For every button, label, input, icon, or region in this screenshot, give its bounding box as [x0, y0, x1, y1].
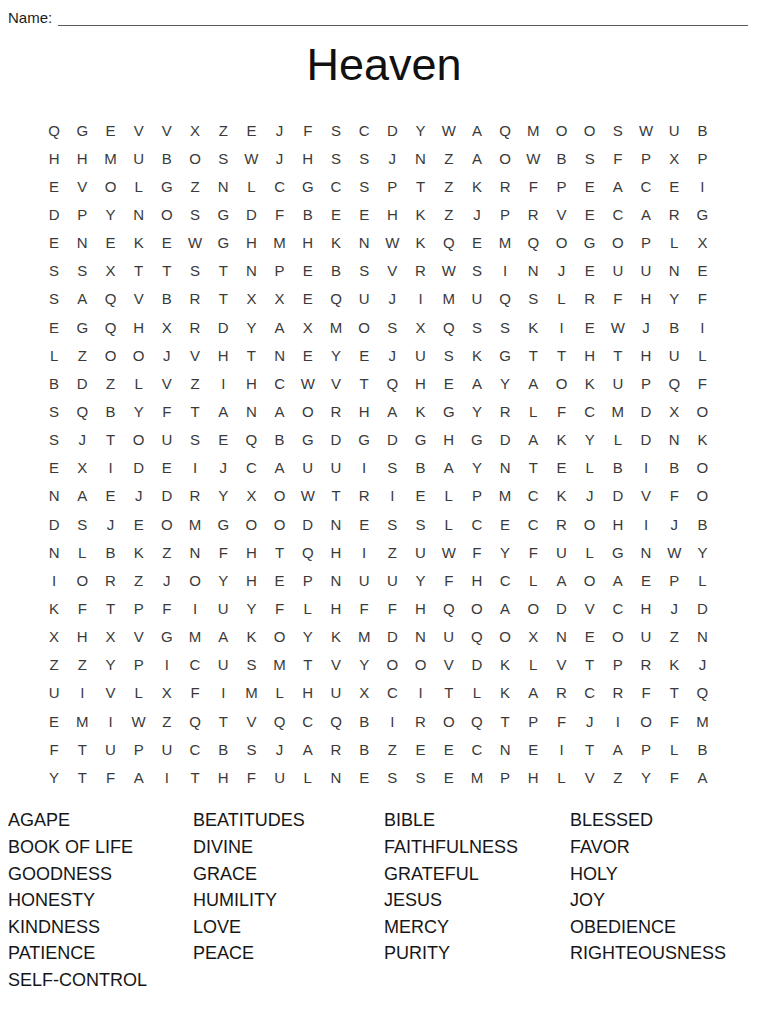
grid-cell[interactable]: A	[125, 763, 153, 791]
grid-cell[interactable]: U	[604, 369, 632, 397]
grid-cell[interactable]: N	[688, 623, 716, 651]
grid-cell[interactable]: L	[266, 679, 294, 707]
grid-cell[interactable]: D	[322, 426, 350, 454]
grid-cell[interactable]: M	[68, 707, 96, 735]
grid-cell[interactable]: R	[350, 482, 378, 510]
grid-cell[interactable]: F	[547, 707, 575, 735]
grid-cell[interactable]: U	[153, 735, 181, 763]
grid-cell[interactable]: C	[463, 735, 491, 763]
grid-cell[interactable]: S	[209, 144, 237, 172]
grid-cell[interactable]: Y	[96, 200, 124, 228]
grid-cell[interactable]: S	[491, 313, 519, 341]
grid-cell[interactable]: K	[406, 397, 434, 425]
grid-cell[interactable]: W	[125, 707, 153, 735]
grid-cell[interactable]: W	[378, 229, 406, 257]
grid-cell[interactable]: Z	[604, 763, 632, 791]
grid-cell[interactable]: E	[125, 510, 153, 538]
grid-cell[interactable]: E	[40, 172, 68, 200]
grid-cell[interactable]: A	[209, 397, 237, 425]
grid-cell[interactable]: C	[181, 735, 209, 763]
grid-cell[interactable]: I	[378, 482, 406, 510]
grid-cell[interactable]: Q	[519, 229, 547, 257]
grid-cell[interactable]: M	[688, 707, 716, 735]
grid-cell[interactable]: U	[660, 116, 688, 144]
grid-cell[interactable]: Q	[294, 538, 322, 566]
grid-cell[interactable]: S	[378, 763, 406, 791]
grid-cell[interactable]: N	[209, 172, 237, 200]
grid-cell[interactable]: O	[68, 566, 96, 594]
grid-cell[interactable]: I	[209, 679, 237, 707]
grid-cell[interactable]: O	[576, 510, 604, 538]
grid-cell[interactable]: B	[294, 200, 322, 228]
grid-cell[interactable]: A	[68, 285, 96, 313]
grid-cell[interactable]: V	[153, 369, 181, 397]
grid-cell[interactable]: C	[491, 566, 519, 594]
grid-cell[interactable]: V	[378, 257, 406, 285]
grid-cell[interactable]: Z	[153, 538, 181, 566]
grid-cell[interactable]: S	[350, 257, 378, 285]
grid-cell[interactable]: Q	[688, 679, 716, 707]
grid-cell[interactable]: U	[350, 566, 378, 594]
grid-cell[interactable]: R	[547, 510, 575, 538]
grid-cell[interactable]: X	[519, 623, 547, 651]
grid-cell[interactable]: P	[378, 172, 406, 200]
grid-cell[interactable]: Y	[40, 763, 68, 791]
grid-cell[interactable]: M	[181, 623, 209, 651]
grid-cell[interactable]: I	[491, 257, 519, 285]
grid-cell[interactable]: F	[463, 538, 491, 566]
grid-cell[interactable]: T	[406, 172, 434, 200]
grid-cell[interactable]: E	[463, 229, 491, 257]
grid-cell[interactable]: J	[266, 116, 294, 144]
grid-cell[interactable]: D	[378, 116, 406, 144]
grid-cell[interactable]: T	[547, 341, 575, 369]
grid-cell[interactable]: P	[632, 369, 660, 397]
grid-cell[interactable]: Y	[660, 285, 688, 313]
grid-cell[interactable]: Z	[435, 200, 463, 228]
grid-cell[interactable]: F	[604, 144, 632, 172]
grid-cell[interactable]: E	[209, 426, 237, 454]
grid-cell[interactable]: P	[604, 651, 632, 679]
grid-cell[interactable]: R	[322, 397, 350, 425]
grid-cell[interactable]: A	[604, 735, 632, 763]
grid-cell[interactable]: U	[209, 594, 237, 622]
grid-cell[interactable]: J	[576, 707, 604, 735]
grid-cell[interactable]: I	[688, 313, 716, 341]
grid-cell[interactable]: G	[435, 397, 463, 425]
grid-cell[interactable]: D	[68, 369, 96, 397]
grid-cell[interactable]: C	[181, 651, 209, 679]
grid-cell[interactable]: R	[322, 735, 350, 763]
grid-cell[interactable]: T	[519, 341, 547, 369]
grid-cell[interactable]: X	[96, 257, 124, 285]
grid-cell[interactable]: R	[576, 285, 604, 313]
grid-cell[interactable]: O	[125, 426, 153, 454]
grid-cell[interactable]: O	[688, 482, 716, 510]
grid-cell[interactable]: R	[660, 200, 688, 228]
grid-cell[interactable]: U	[378, 566, 406, 594]
grid-cell[interactable]: E	[350, 763, 378, 791]
grid-cell[interactable]: S	[463, 313, 491, 341]
grid-cell[interactable]: T	[491, 707, 519, 735]
grid-cell[interactable]: J	[576, 482, 604, 510]
grid-cell[interactable]: M	[463, 763, 491, 791]
grid-cell[interactable]: R	[181, 482, 209, 510]
grid-cell[interactable]: K	[40, 594, 68, 622]
grid-cell[interactable]: X	[68, 454, 96, 482]
grid-cell[interactable]: F	[604, 285, 632, 313]
grid-cell[interactable]: J	[378, 341, 406, 369]
grid-cell[interactable]: Z	[96, 369, 124, 397]
grid-cell[interactable]: E	[294, 257, 322, 285]
grid-cell[interactable]: O	[378, 651, 406, 679]
grid-cell[interactable]: P	[294, 566, 322, 594]
grid-cell[interactable]: E	[491, 510, 519, 538]
grid-cell[interactable]: P	[688, 144, 716, 172]
grid-cell[interactable]: H	[519, 763, 547, 791]
grid-cell[interactable]: E	[576, 257, 604, 285]
grid-cell[interactable]: X	[660, 397, 688, 425]
grid-cell[interactable]: D	[632, 397, 660, 425]
grid-cell[interactable]: Q	[96, 285, 124, 313]
grid-cell[interactable]: H	[463, 566, 491, 594]
grid-cell[interactable]: V	[68, 172, 96, 200]
name-input-line[interactable]	[58, 9, 748, 26]
grid-cell[interactable]: E	[96, 229, 124, 257]
grid-cell[interactable]: F	[209, 538, 237, 566]
grid-cell[interactable]: E	[576, 200, 604, 228]
grid-cell[interactable]: N	[322, 763, 350, 791]
grid-cell[interactable]: W	[294, 369, 322, 397]
grid-cell[interactable]: A	[378, 397, 406, 425]
grid-cell[interactable]: F	[181, 679, 209, 707]
grid-cell[interactable]: S	[406, 510, 434, 538]
grid-cell[interactable]: R	[181, 313, 209, 341]
grid-cell[interactable]: U	[125, 144, 153, 172]
grid-cell[interactable]: E	[350, 510, 378, 538]
grid-cell[interactable]: E	[237, 116, 265, 144]
grid-cell[interactable]: J	[660, 510, 688, 538]
grid-cell[interactable]: I	[153, 763, 181, 791]
grid-cell[interactable]: Q	[181, 707, 209, 735]
grid-cell[interactable]: A	[266, 454, 294, 482]
grid-cell[interactable]: N	[491, 735, 519, 763]
grid-cell[interactable]: O	[547, 369, 575, 397]
grid-cell[interactable]: W	[435, 257, 463, 285]
grid-cell[interactable]: A	[632, 200, 660, 228]
grid-cell[interactable]: E	[406, 735, 434, 763]
grid-cell[interactable]: O	[266, 623, 294, 651]
grid-cell[interactable]: V	[576, 594, 604, 622]
grid-cell[interactable]: K	[125, 229, 153, 257]
grid-cell[interactable]: W	[294, 482, 322, 510]
grid-cell[interactable]: H	[68, 623, 96, 651]
grid-cell[interactable]: Z	[378, 538, 406, 566]
grid-cell[interactable]: H	[237, 369, 265, 397]
grid-cell[interactable]: O	[491, 623, 519, 651]
grid-cell[interactable]: S	[576, 144, 604, 172]
grid-cell[interactable]: E	[294, 341, 322, 369]
grid-cell[interactable]: N	[181, 538, 209, 566]
grid-cell[interactable]: S	[40, 257, 68, 285]
grid-cell[interactable]: L	[40, 341, 68, 369]
grid-cell[interactable]: F	[40, 735, 68, 763]
grid-cell[interactable]: V	[96, 679, 124, 707]
grid-cell[interactable]: F	[660, 707, 688, 735]
grid-cell[interactable]: Z	[125, 566, 153, 594]
grid-cell[interactable]: B	[266, 426, 294, 454]
grid-cell[interactable]: L	[547, 285, 575, 313]
grid-cell[interactable]: G	[491, 341, 519, 369]
grid-cell[interactable]: A	[294, 735, 322, 763]
grid-cell[interactable]: T	[322, 482, 350, 510]
grid-cell[interactable]: F	[294, 116, 322, 144]
grid-cell[interactable]: L	[688, 341, 716, 369]
grid-cell[interactable]: G	[209, 510, 237, 538]
grid-cell[interactable]: E	[519, 735, 547, 763]
grid-cell[interactable]: E	[688, 257, 716, 285]
grid-cell[interactable]: U	[350, 285, 378, 313]
grid-cell[interactable]: Q	[435, 313, 463, 341]
grid-cell[interactable]: U	[406, 341, 434, 369]
grid-cell[interactable]: L	[547, 763, 575, 791]
grid-cell[interactable]: U	[632, 623, 660, 651]
grid-cell[interactable]: N	[660, 426, 688, 454]
grid-cell[interactable]: H	[237, 538, 265, 566]
grid-cell[interactable]: N	[40, 538, 68, 566]
grid-cell[interactable]: M	[96, 144, 124, 172]
grid-cell[interactable]: L	[294, 763, 322, 791]
grid-cell[interactable]: H	[632, 285, 660, 313]
grid-cell[interactable]: S	[181, 426, 209, 454]
grid-cell[interactable]: V	[153, 116, 181, 144]
grid-cell[interactable]: H	[576, 341, 604, 369]
grid-cell[interactable]: A	[209, 623, 237, 651]
grid-cell[interactable]: D	[294, 510, 322, 538]
grid-cell[interactable]: N	[406, 623, 434, 651]
grid-cell[interactable]: F	[688, 369, 716, 397]
grid-cell[interactable]: F	[350, 594, 378, 622]
grid-cell[interactable]: C	[266, 172, 294, 200]
grid-cell[interactable]: T	[209, 285, 237, 313]
grid-cell[interactable]: E	[40, 707, 68, 735]
grid-cell[interactable]: I	[632, 510, 660, 538]
grid-cell[interactable]: S	[68, 257, 96, 285]
grid-cell[interactable]: Y	[209, 482, 237, 510]
grid-cell[interactable]: O	[547, 116, 575, 144]
grid-cell[interactable]: V	[125, 285, 153, 313]
grid-cell[interactable]: U	[294, 454, 322, 482]
grid-cell[interactable]: S	[68, 510, 96, 538]
grid-cell[interactable]: O	[153, 200, 181, 228]
grid-cell[interactable]: L	[576, 538, 604, 566]
grid-cell[interactable]: X	[153, 313, 181, 341]
grid-cell[interactable]: T	[181, 763, 209, 791]
grid-cell[interactable]: Q	[237, 426, 265, 454]
grid-cell[interactable]: S	[350, 144, 378, 172]
grid-cell[interactable]: K	[519, 313, 547, 341]
grid-cell[interactable]: J	[378, 144, 406, 172]
grid-cell[interactable]: F	[632, 679, 660, 707]
grid-cell[interactable]: F	[96, 763, 124, 791]
grid-cell[interactable]: S	[181, 200, 209, 228]
grid-cell[interactable]: R	[181, 285, 209, 313]
grid-cell[interactable]: O	[181, 144, 209, 172]
grid-cell[interactable]: I	[96, 707, 124, 735]
grid-cell[interactable]: N	[237, 257, 265, 285]
grid-cell[interactable]: U	[96, 735, 124, 763]
grid-cell[interactable]: K	[125, 538, 153, 566]
grid-cell[interactable]: M	[491, 482, 519, 510]
grid-cell[interactable]: U	[632, 257, 660, 285]
grid-cell[interactable]: R	[406, 707, 434, 735]
grid-cell[interactable]: H	[406, 369, 434, 397]
grid-cell[interactable]: S	[40, 285, 68, 313]
grid-cell[interactable]: I	[547, 735, 575, 763]
grid-cell[interactable]: H	[632, 341, 660, 369]
grid-cell[interactable]: C	[322, 172, 350, 200]
grid-cell[interactable]: I	[688, 172, 716, 200]
grid-cell[interactable]: F	[660, 763, 688, 791]
grid-cell[interactable]: Y	[463, 397, 491, 425]
grid-cell[interactable]: H	[322, 538, 350, 566]
grid-cell[interactable]: I	[406, 679, 434, 707]
grid-cell[interactable]: C	[294, 707, 322, 735]
grid-cell[interactable]: B	[688, 116, 716, 144]
grid-cell[interactable]: P	[125, 651, 153, 679]
grid-cell[interactable]: P	[519, 707, 547, 735]
grid-cell[interactable]: S	[604, 116, 632, 144]
grid-cell[interactable]: L	[519, 566, 547, 594]
grid-cell[interactable]: Q	[491, 116, 519, 144]
grid-cell[interactable]: I	[350, 538, 378, 566]
grid-cell[interactable]: B	[350, 707, 378, 735]
grid-cell[interactable]: H	[237, 566, 265, 594]
grid-cell[interactable]: R	[519, 200, 547, 228]
grid-cell[interactable]: O	[519, 594, 547, 622]
grid-cell[interactable]: K	[491, 679, 519, 707]
grid-cell[interactable]: E	[435, 763, 463, 791]
grid-cell[interactable]: H	[350, 397, 378, 425]
grid-cell[interactable]: P	[632, 229, 660, 257]
grid-cell[interactable]: U	[322, 679, 350, 707]
grid-cell[interactable]: C	[463, 510, 491, 538]
grid-cell[interactable]: S	[378, 510, 406, 538]
grid-cell[interactable]: L	[660, 229, 688, 257]
grid-cell[interactable]: F	[266, 594, 294, 622]
grid-cell[interactable]: N	[266, 341, 294, 369]
grid-cell[interactable]: A	[519, 369, 547, 397]
grid-cell[interactable]: D	[632, 426, 660, 454]
grid-cell[interactable]: X	[688, 229, 716, 257]
grid-cell[interactable]: O	[604, 229, 632, 257]
grid-cell[interactable]: B	[96, 397, 124, 425]
grid-cell[interactable]: J	[463, 200, 491, 228]
grid-cell[interactable]: Y	[294, 623, 322, 651]
grid-cell[interactable]: B	[406, 454, 434, 482]
grid-cell[interactable]: X	[237, 482, 265, 510]
grid-cell[interactable]: X	[660, 144, 688, 172]
grid-cell[interactable]: W	[435, 116, 463, 144]
grid-cell[interactable]: O	[547, 229, 575, 257]
grid-cell[interactable]: D	[40, 510, 68, 538]
grid-cell[interactable]: X	[237, 285, 265, 313]
grid-cell[interactable]: F	[153, 594, 181, 622]
grid-cell[interactable]: P	[463, 482, 491, 510]
grid-cell[interactable]: V	[547, 200, 575, 228]
grid-cell[interactable]: H	[378, 200, 406, 228]
grid-cell[interactable]: K	[547, 426, 575, 454]
grid-cell[interactable]: D	[125, 454, 153, 482]
grid-cell[interactable]: F	[547, 397, 575, 425]
grid-cell[interactable]: K	[491, 651, 519, 679]
grid-cell[interactable]: D	[378, 623, 406, 651]
grid-cell[interactable]: Z	[181, 369, 209, 397]
grid-cell[interactable]: T	[350, 369, 378, 397]
grid-cell[interactable]: A	[491, 594, 519, 622]
grid-cell[interactable]: N	[40, 482, 68, 510]
grid-cell[interactable]: T	[153, 257, 181, 285]
grid-cell[interactable]: N	[406, 144, 434, 172]
grid-cell[interactable]: L	[576, 454, 604, 482]
grid-cell[interactable]: U	[604, 257, 632, 285]
grid-cell[interactable]: Q	[491, 285, 519, 313]
grid-cell[interactable]: O	[96, 172, 124, 200]
grid-cell[interactable]: L	[688, 566, 716, 594]
grid-cell[interactable]: W	[660, 538, 688, 566]
grid-cell[interactable]: Q	[463, 623, 491, 651]
grid-cell[interactable]: J	[266, 735, 294, 763]
grid-cell[interactable]: Y	[688, 538, 716, 566]
grid-cell[interactable]: A	[266, 397, 294, 425]
grid-cell[interactable]: O	[604, 623, 632, 651]
grid-cell[interactable]: O	[181, 566, 209, 594]
grid-cell[interactable]: Q	[322, 707, 350, 735]
grid-cell[interactable]: S	[322, 116, 350, 144]
grid-cell[interactable]: B	[153, 144, 181, 172]
grid-cell[interactable]: T	[68, 763, 96, 791]
grid-cell[interactable]: Y	[406, 116, 434, 144]
grid-cell[interactable]: O	[632, 707, 660, 735]
grid-cell[interactable]: B	[153, 285, 181, 313]
grid-cell[interactable]: F	[519, 172, 547, 200]
grid-cell[interactable]: Z	[435, 172, 463, 200]
grid-cell[interactable]: E	[576, 623, 604, 651]
grid-cell[interactable]: Q	[463, 707, 491, 735]
grid-cell[interactable]: M	[604, 397, 632, 425]
grid-cell[interactable]: E	[96, 116, 124, 144]
grid-cell[interactable]: Y	[237, 313, 265, 341]
grid-cell[interactable]: C	[576, 679, 604, 707]
grid-cell[interactable]: Y	[463, 454, 491, 482]
grid-cell[interactable]: U	[406, 538, 434, 566]
grid-cell[interactable]: G	[68, 313, 96, 341]
grid-cell[interactable]: T	[604, 341, 632, 369]
grid-cell[interactable]: T	[435, 679, 463, 707]
grid-cell[interactable]: K	[237, 623, 265, 651]
grid-cell[interactable]: F	[266, 200, 294, 228]
grid-cell[interactable]: Z	[68, 651, 96, 679]
grid-cell[interactable]: H	[294, 679, 322, 707]
grid-cell[interactable]: H	[294, 229, 322, 257]
grid-cell[interactable]: L	[237, 172, 265, 200]
grid-cell[interactable]: K	[576, 369, 604, 397]
grid-cell[interactable]: V	[632, 482, 660, 510]
grid-cell[interactable]: L	[435, 510, 463, 538]
grid-cell[interactable]: G	[153, 172, 181, 200]
grid-cell[interactable]: L	[435, 482, 463, 510]
grid-cell[interactable]: V	[576, 763, 604, 791]
